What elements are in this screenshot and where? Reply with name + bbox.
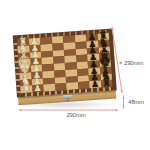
arrowhead — [115, 109, 118, 111]
arrowhead — [122, 106, 124, 109]
yellow-pointer-icon — [119, 62, 123, 65]
product-photo: ♜♟♟♜♞♟♟♞♝♟♟♝♛♟♟♛♚♟♟♚♝♟♟♝♞♟♟♞♜♟♟♜ 290mm 4… — [0, 0, 150, 150]
dimension-line-height — [112, 27, 122, 93]
dimension-lines — [0, 0, 150, 150]
arrowhead — [122, 96, 124, 99]
dimension-label-width: 290mm — [58, 112, 94, 118]
arrowhead — [19, 109, 22, 111]
dimension-label-thickness: 48mm — [128, 99, 144, 105]
dimension-label-height: 290mm — [124, 60, 143, 66]
